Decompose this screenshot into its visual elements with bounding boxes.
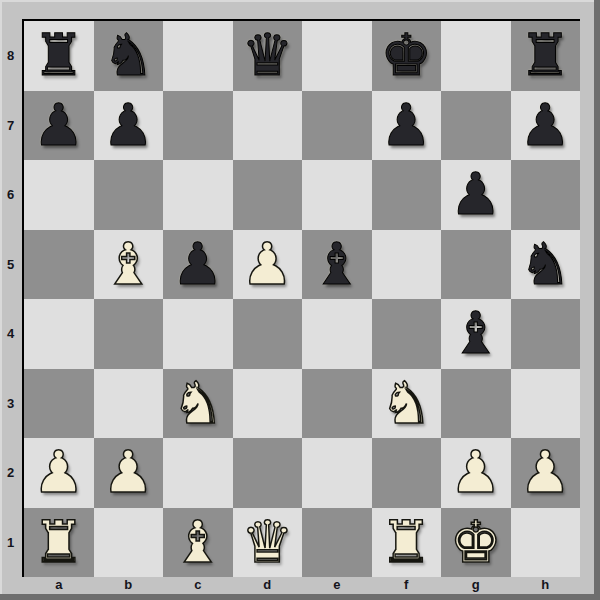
rank-label-5: 5 bbox=[0, 230, 21, 300]
rank-label-6: 6 bbox=[0, 160, 21, 230]
square-d6[interactable] bbox=[233, 160, 303, 230]
square-d5[interactable]: ♟ bbox=[233, 230, 303, 300]
square-d4[interactable] bbox=[233, 299, 303, 369]
square-g8[interactable] bbox=[441, 21, 511, 91]
white-pawn-icon: ♟ bbox=[450, 438, 502, 508]
rank-label-4: 4 bbox=[0, 299, 21, 369]
white-bishop-icon: ♝ bbox=[102, 230, 154, 300]
square-c2[interactable] bbox=[163, 438, 233, 508]
square-c8[interactable] bbox=[163, 21, 233, 91]
square-e5[interactable]: ♝ bbox=[302, 230, 372, 300]
square-a3[interactable] bbox=[24, 369, 94, 439]
square-b5[interactable]: ♝ bbox=[94, 230, 164, 300]
black-bishop-icon: ♝ bbox=[450, 299, 502, 369]
square-h7[interactable]: ♟ bbox=[511, 91, 581, 161]
square-b4[interactable] bbox=[94, 299, 164, 369]
square-e7[interactable] bbox=[302, 91, 372, 161]
square-b6[interactable] bbox=[94, 160, 164, 230]
square-g4[interactable]: ♝ bbox=[441, 299, 511, 369]
square-a6[interactable] bbox=[24, 160, 94, 230]
square-f8[interactable]: ♚ bbox=[372, 21, 442, 91]
file-label-a: a bbox=[24, 576, 94, 593]
square-a4[interactable] bbox=[24, 299, 94, 369]
square-a1[interactable]: ♜ bbox=[24, 508, 94, 578]
file-labels: abcdefgh bbox=[24, 576, 580, 593]
chess-diagram-panel: 87654321 ♜♞♛♚♜♟♟♟♟♟♝♟♟♝♞♝♞♞♟♟♟♟♜♝♛♜♚ abc… bbox=[0, 0, 600, 600]
black-king-icon: ♚ bbox=[380, 21, 432, 91]
black-pawn-icon: ♟ bbox=[102, 91, 154, 161]
rank-label-1: 1 bbox=[0, 508, 21, 578]
rank-labels: 87654321 bbox=[0, 21, 21, 577]
black-rook-icon: ♜ bbox=[519, 21, 571, 91]
black-pawn-icon: ♟ bbox=[33, 91, 85, 161]
white-pawn-icon: ♟ bbox=[241, 230, 293, 300]
file-label-b: b bbox=[94, 576, 164, 593]
square-a8[interactable]: ♜ bbox=[24, 21, 94, 91]
square-g5[interactable] bbox=[441, 230, 511, 300]
square-a5[interactable] bbox=[24, 230, 94, 300]
square-h6[interactable] bbox=[511, 160, 581, 230]
white-king-icon: ♚ bbox=[450, 508, 502, 578]
square-c5[interactable]: ♟ bbox=[163, 230, 233, 300]
square-g6[interactable]: ♟ bbox=[441, 160, 511, 230]
black-pawn-icon: ♟ bbox=[519, 91, 571, 161]
black-pawn-icon: ♟ bbox=[172, 230, 224, 300]
rank-label-3: 3 bbox=[0, 369, 21, 439]
square-h5[interactable]: ♞ bbox=[511, 230, 581, 300]
chess-board: ♜♞♛♚♜♟♟♟♟♟♝♟♟♝♞♝♞♞♟♟♟♟♜♝♛♜♚ bbox=[22, 19, 580, 577]
black-pawn-icon: ♟ bbox=[450, 160, 502, 230]
square-h3[interactable] bbox=[511, 369, 581, 439]
white-rook-icon: ♜ bbox=[380, 508, 432, 578]
square-d3[interactable] bbox=[233, 369, 303, 439]
square-c4[interactable] bbox=[163, 299, 233, 369]
square-e6[interactable] bbox=[302, 160, 372, 230]
square-h8[interactable]: ♜ bbox=[511, 21, 581, 91]
square-a7[interactable]: ♟ bbox=[24, 91, 94, 161]
rank-label-2: 2 bbox=[0, 438, 21, 508]
black-queen-icon: ♛ bbox=[241, 21, 293, 91]
square-f1[interactable]: ♜ bbox=[372, 508, 442, 578]
square-g3[interactable] bbox=[441, 369, 511, 439]
square-e3[interactable] bbox=[302, 369, 372, 439]
file-label-h: h bbox=[511, 576, 581, 593]
square-b8[interactable]: ♞ bbox=[94, 21, 164, 91]
square-f3[interactable]: ♞ bbox=[372, 369, 442, 439]
square-f7[interactable]: ♟ bbox=[372, 91, 442, 161]
black-pawn-icon: ♟ bbox=[380, 91, 432, 161]
file-label-f: f bbox=[372, 576, 442, 593]
square-c3[interactable]: ♞ bbox=[163, 369, 233, 439]
white-knight-icon: ♞ bbox=[172, 369, 224, 439]
square-f4[interactable] bbox=[372, 299, 442, 369]
white-rook-icon: ♜ bbox=[33, 508, 85, 578]
square-g1[interactable]: ♚ bbox=[441, 508, 511, 578]
white-pawn-icon: ♟ bbox=[102, 438, 154, 508]
square-b2[interactable]: ♟ bbox=[94, 438, 164, 508]
square-h4[interactable] bbox=[511, 299, 581, 369]
square-d7[interactable] bbox=[233, 91, 303, 161]
square-d2[interactable] bbox=[233, 438, 303, 508]
square-c7[interactable] bbox=[163, 91, 233, 161]
file-label-d: d bbox=[233, 576, 303, 593]
square-a2[interactable]: ♟ bbox=[24, 438, 94, 508]
square-b1[interactable] bbox=[94, 508, 164, 578]
square-g2[interactable]: ♟ bbox=[441, 438, 511, 508]
square-f5[interactable] bbox=[372, 230, 442, 300]
black-knight-icon: ♞ bbox=[519, 230, 571, 300]
square-c1[interactable]: ♝ bbox=[163, 508, 233, 578]
white-queen-icon: ♛ bbox=[241, 508, 293, 578]
black-rook-icon: ♜ bbox=[33, 21, 85, 91]
black-bishop-icon: ♝ bbox=[311, 230, 363, 300]
square-e2[interactable] bbox=[302, 438, 372, 508]
white-pawn-icon: ♟ bbox=[33, 438, 85, 508]
square-e1[interactable] bbox=[302, 508, 372, 578]
square-d8[interactable]: ♛ bbox=[233, 21, 303, 91]
file-label-c: c bbox=[163, 576, 233, 593]
rank-label-7: 7 bbox=[0, 91, 21, 161]
square-d1[interactable]: ♛ bbox=[233, 508, 303, 578]
square-e8[interactable] bbox=[302, 21, 372, 91]
white-knight-icon: ♞ bbox=[380, 369, 432, 439]
square-h1[interactable] bbox=[511, 508, 581, 578]
square-c6[interactable] bbox=[163, 160, 233, 230]
file-label-g: g bbox=[441, 576, 511, 593]
square-e4[interactable] bbox=[302, 299, 372, 369]
square-h2[interactable]: ♟ bbox=[511, 438, 581, 508]
square-f6[interactable] bbox=[372, 160, 442, 230]
black-knight-icon: ♞ bbox=[102, 21, 154, 91]
square-f2[interactable] bbox=[372, 438, 442, 508]
square-b7[interactable]: ♟ bbox=[94, 91, 164, 161]
file-label-e: e bbox=[302, 576, 372, 593]
white-pawn-icon: ♟ bbox=[519, 438, 571, 508]
square-g7[interactable] bbox=[441, 91, 511, 161]
white-bishop-icon: ♝ bbox=[172, 508, 224, 578]
square-b3[interactable] bbox=[94, 369, 164, 439]
rank-label-8: 8 bbox=[0, 21, 21, 91]
